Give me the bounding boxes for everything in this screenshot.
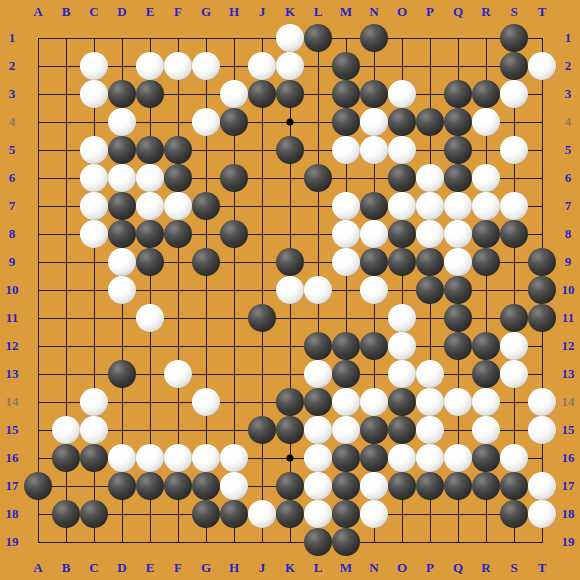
intersection-E2[interactable]: ○ (136, 52, 164, 80)
intersection-O19[interactable] (388, 528, 416, 556)
intersection-R9[interactable]: ● (472, 248, 500, 276)
intersection-P9[interactable]: ● (416, 248, 444, 276)
intersection-N8[interactable]: ○ (360, 220, 388, 248)
intersection-T7[interactable] (528, 192, 556, 220)
intersection-E7[interactable]: ○ (136, 192, 164, 220)
intersection-L5[interactable] (304, 136, 332, 164)
intersection-P16[interactable]: ○ (416, 444, 444, 472)
intersection-T12[interactable] (528, 332, 556, 360)
intersection-P3[interactable] (416, 80, 444, 108)
intersection-O4[interactable]: ● (388, 108, 416, 136)
intersection-B7[interactable] (52, 192, 80, 220)
intersection-K14[interactable]: ● (276, 388, 304, 416)
intersection-L7[interactable] (304, 192, 332, 220)
intersection-O13[interactable]: ○ (388, 360, 416, 388)
intersection-G13[interactable] (192, 360, 220, 388)
intersection-F15[interactable] (164, 416, 192, 444)
intersection-O3[interactable]: ○ (388, 80, 416, 108)
intersection-E12[interactable] (136, 332, 164, 360)
intersection-T19[interactable] (528, 528, 556, 556)
intersection-R3[interactable]: ● (472, 80, 500, 108)
intersection-B16[interactable]: ● (52, 444, 80, 472)
intersection-H19[interactable] (220, 528, 248, 556)
intersection-S19[interactable] (500, 528, 528, 556)
intersection-D7[interactable]: ● (108, 192, 136, 220)
intersection-M8[interactable]: ○ (332, 220, 360, 248)
intersection-J12[interactable] (248, 332, 276, 360)
intersection-P10[interactable]: ● (416, 276, 444, 304)
intersection-E17[interactable]: ● (136, 472, 164, 500)
intersection-Q11[interactable]: ● (444, 304, 472, 332)
intersection-Q19[interactable] (444, 528, 472, 556)
intersection-J13[interactable] (248, 360, 276, 388)
intersection-J8[interactable] (248, 220, 276, 248)
intersection-S2[interactable]: ● (500, 52, 528, 80)
intersection-A2[interactable] (24, 52, 52, 80)
intersection-E6[interactable]: ○ (136, 164, 164, 192)
intersection-T9[interactable]: ● (528, 248, 556, 276)
intersection-O1[interactable] (388, 24, 416, 52)
intersection-O11[interactable]: ○ (388, 304, 416, 332)
intersection-H2[interactable] (220, 52, 248, 80)
intersection-K17[interactable]: ● (276, 472, 304, 500)
intersection-M2[interactable]: ● (332, 52, 360, 80)
intersection-K1[interactable]: ○ (276, 24, 304, 52)
intersection-A1[interactable] (24, 24, 52, 52)
intersection-F4[interactable] (164, 108, 192, 136)
intersection-G10[interactable] (192, 276, 220, 304)
intersection-H3[interactable]: ○ (220, 80, 248, 108)
intersection-H10[interactable] (220, 276, 248, 304)
intersection-B19[interactable] (52, 528, 80, 556)
intersection-C14[interactable]: ○ (80, 388, 108, 416)
intersection-P11[interactable] (416, 304, 444, 332)
intersection-A14[interactable] (24, 388, 52, 416)
intersection-Q4[interactable]: ● (444, 108, 472, 136)
go-board[interactable]: ABCDEFGHJKLMNOPQRST ABCDEFGHJKLMNOPQRST … (0, 0, 580, 580)
intersection-F7[interactable]: ○ (164, 192, 192, 220)
intersection-Q7[interactable]: ○ (444, 192, 472, 220)
intersection-H4[interactable]: ● (220, 108, 248, 136)
intersection-C10[interactable] (80, 276, 108, 304)
intersection-K5[interactable]: ● (276, 136, 304, 164)
intersection-P8[interactable]: ○ (416, 220, 444, 248)
intersection-B8[interactable] (52, 220, 80, 248)
intersection-L10[interactable]: ○ (304, 276, 332, 304)
intersection-R15[interactable]: ○ (472, 416, 500, 444)
intersection-O2[interactable] (388, 52, 416, 80)
intersection-D4[interactable]: ○ (108, 108, 136, 136)
intersection-C4[interactable] (80, 108, 108, 136)
intersection-H6[interactable]: ● (220, 164, 248, 192)
intersection-N5[interactable]: ○ (360, 136, 388, 164)
intersection-J7[interactable] (248, 192, 276, 220)
intersection-N13[interactable] (360, 360, 388, 388)
intersection-B3[interactable] (52, 80, 80, 108)
intersection-A6[interactable] (24, 164, 52, 192)
intersection-S5[interactable]: ○ (500, 136, 528, 164)
intersection-K10[interactable]: ○ (276, 276, 304, 304)
intersection-T3[interactable] (528, 80, 556, 108)
intersection-J14[interactable] (248, 388, 276, 416)
intersection-H16[interactable]: ○ (220, 444, 248, 472)
intersection-L4[interactable] (304, 108, 332, 136)
intersection-P2[interactable] (416, 52, 444, 80)
intersection-K13[interactable] (276, 360, 304, 388)
intersection-K7[interactable] (276, 192, 304, 220)
intersection-L9[interactable] (304, 248, 332, 276)
intersection-O8[interactable]: ● (388, 220, 416, 248)
intersection-B18[interactable]: ● (52, 500, 80, 528)
intersection-F14[interactable] (164, 388, 192, 416)
intersection-A7[interactable] (24, 192, 52, 220)
intersection-H17[interactable]: ○ (220, 472, 248, 500)
intersection-H1[interactable] (220, 24, 248, 52)
intersection-Q1[interactable] (444, 24, 472, 52)
intersection-L19[interactable]: ● (304, 528, 332, 556)
intersection-F9[interactable] (164, 248, 192, 276)
intersection-A8[interactable] (24, 220, 52, 248)
intersection-L16[interactable]: ○ (304, 444, 332, 472)
intersection-H13[interactable] (220, 360, 248, 388)
intersection-S10[interactable] (500, 276, 528, 304)
intersection-S9[interactable] (500, 248, 528, 276)
intersection-S11[interactable]: ● (500, 304, 528, 332)
intersection-L15[interactable]: ○ (304, 416, 332, 444)
intersection-E19[interactable] (136, 528, 164, 556)
intersection-B15[interactable]: ○ (52, 416, 80, 444)
intersection-B1[interactable] (52, 24, 80, 52)
intersection-E8[interactable]: ● (136, 220, 164, 248)
intersection-O12[interactable]: ○ (388, 332, 416, 360)
intersection-S3[interactable]: ○ (500, 80, 528, 108)
intersection-R8[interactable]: ● (472, 220, 500, 248)
intersection-E10[interactable] (136, 276, 164, 304)
intersection-N2[interactable] (360, 52, 388, 80)
intersection-F1[interactable] (164, 24, 192, 52)
intersection-F2[interactable]: ○ (164, 52, 192, 80)
intersection-G11[interactable] (192, 304, 220, 332)
intersection-G16[interactable]: ○ (192, 444, 220, 472)
intersection-C7[interactable]: ○ (80, 192, 108, 220)
intersection-G18[interactable]: ● (192, 500, 220, 528)
intersection-R12[interactable]: ● (472, 332, 500, 360)
intersection-A16[interactable] (24, 444, 52, 472)
intersection-E14[interactable] (136, 388, 164, 416)
intersection-O9[interactable]: ● (388, 248, 416, 276)
intersection-G19[interactable] (192, 528, 220, 556)
intersection-E1[interactable] (136, 24, 164, 52)
intersection-K9[interactable]: ● (276, 248, 304, 276)
intersection-J15[interactable]: ● (248, 416, 276, 444)
intersection-Q16[interactable]: ○ (444, 444, 472, 472)
intersection-J17[interactable] (248, 472, 276, 500)
intersection-Q12[interactable]: ● (444, 332, 472, 360)
intersection-D8[interactable]: ● (108, 220, 136, 248)
intersection-E16[interactable]: ○ (136, 444, 164, 472)
intersection-E13[interactable] (136, 360, 164, 388)
intersection-D11[interactable] (108, 304, 136, 332)
intersection-T17[interactable]: ○ (528, 472, 556, 500)
intersection-F3[interactable] (164, 80, 192, 108)
intersection-L13[interactable]: ○ (304, 360, 332, 388)
intersection-H18[interactable]: ● (220, 500, 248, 528)
intersection-O16[interactable]: ○ (388, 444, 416, 472)
intersection-S7[interactable]: ○ (500, 192, 528, 220)
intersection-N12[interactable]: ● (360, 332, 388, 360)
intersection-R19[interactable] (472, 528, 500, 556)
intersection-G2[interactable]: ○ (192, 52, 220, 80)
intersection-L1[interactable]: ● (304, 24, 332, 52)
intersection-D17[interactable]: ● (108, 472, 136, 500)
intersection-Q17[interactable]: ● (444, 472, 472, 500)
intersection-Q9[interactable]: ○ (444, 248, 472, 276)
intersection-R14[interactable]: ○ (472, 388, 500, 416)
intersection-P6[interactable]: ○ (416, 164, 444, 192)
intersection-G3[interactable] (192, 80, 220, 108)
intersection-D16[interactable]: ○ (108, 444, 136, 472)
intersection-Q8[interactable]: ○ (444, 220, 472, 248)
intersection-A4[interactable] (24, 108, 52, 136)
intersection-P15[interactable]: ○ (416, 416, 444, 444)
intersection-J18[interactable]: ○ (248, 500, 276, 528)
intersection-E15[interactable] (136, 416, 164, 444)
intersection-E9[interactable]: ● (136, 248, 164, 276)
intersection-G1[interactable] (192, 24, 220, 52)
intersection-E11[interactable]: ○ (136, 304, 164, 332)
intersection-B17[interactable] (52, 472, 80, 500)
intersection-O14[interactable]: ● (388, 388, 416, 416)
intersection-H5[interactable] (220, 136, 248, 164)
intersection-N1[interactable]: ● (360, 24, 388, 52)
intersection-J10[interactable] (248, 276, 276, 304)
intersection-N18[interactable]: ○ (360, 500, 388, 528)
intersection-P14[interactable]: ○ (416, 388, 444, 416)
intersection-B6[interactable] (52, 164, 80, 192)
intersection-J9[interactable] (248, 248, 276, 276)
intersection-S16[interactable]: ○ (500, 444, 528, 472)
intersection-C13[interactable] (80, 360, 108, 388)
intersection-A10[interactable] (24, 276, 52, 304)
intersection-Q15[interactable] (444, 416, 472, 444)
intersection-F11[interactable] (164, 304, 192, 332)
intersection-B9[interactable] (52, 248, 80, 276)
intersection-C3[interactable]: ○ (80, 80, 108, 108)
intersection-B10[interactable] (52, 276, 80, 304)
intersection-H12[interactable] (220, 332, 248, 360)
intersection-M15[interactable]: ○ (332, 416, 360, 444)
intersection-C6[interactable]: ○ (80, 164, 108, 192)
intersection-H15[interactable] (220, 416, 248, 444)
intersection-T16[interactable] (528, 444, 556, 472)
intersection-Q10[interactable]: ● (444, 276, 472, 304)
intersection-A19[interactable] (24, 528, 52, 556)
intersection-G14[interactable]: ○ (192, 388, 220, 416)
intersection-B5[interactable] (52, 136, 80, 164)
intersection-A12[interactable] (24, 332, 52, 360)
intersection-J16[interactable] (248, 444, 276, 472)
intersection-T18[interactable]: ○ (528, 500, 556, 528)
intersection-G9[interactable]: ● (192, 248, 220, 276)
intersection-R13[interactable]: ● (472, 360, 500, 388)
intersection-R18[interactable] (472, 500, 500, 528)
intersection-F18[interactable] (164, 500, 192, 528)
intersection-L17[interactable]: ○ (304, 472, 332, 500)
intersection-K2[interactable]: ○ (276, 52, 304, 80)
intersection-B14[interactable] (52, 388, 80, 416)
intersection-S18[interactable]: ● (500, 500, 528, 528)
intersection-K18[interactable]: ● (276, 500, 304, 528)
intersection-C2[interactable]: ○ (80, 52, 108, 80)
intersection-G8[interactable] (192, 220, 220, 248)
intersection-G15[interactable] (192, 416, 220, 444)
intersection-P12[interactable] (416, 332, 444, 360)
intersection-E18[interactable] (136, 500, 164, 528)
intersection-D6[interactable]: ○ (108, 164, 136, 192)
intersection-T2[interactable]: ○ (528, 52, 556, 80)
intersection-B12[interactable] (52, 332, 80, 360)
intersection-O7[interactable]: ○ (388, 192, 416, 220)
intersection-O6[interactable]: ● (388, 164, 416, 192)
intersection-A17[interactable]: ● (24, 472, 52, 500)
intersection-F13[interactable]: ○ (164, 360, 192, 388)
intersection-R2[interactable] (472, 52, 500, 80)
intersection-D13[interactable]: ● (108, 360, 136, 388)
intersection-C11[interactable] (80, 304, 108, 332)
intersection-S13[interactable]: ○ (500, 360, 528, 388)
intersection-Q2[interactable] (444, 52, 472, 80)
intersection-C19[interactable] (80, 528, 108, 556)
intersection-M11[interactable] (332, 304, 360, 332)
intersection-M5[interactable]: ○ (332, 136, 360, 164)
intersection-C5[interactable]: ○ (80, 136, 108, 164)
intersection-R11[interactable] (472, 304, 500, 332)
intersection-L2[interactable] (304, 52, 332, 80)
intersection-T8[interactable] (528, 220, 556, 248)
intersection-A9[interactable] (24, 248, 52, 276)
intersection-Q5[interactable]: ● (444, 136, 472, 164)
intersection-N3[interactable]: ● (360, 80, 388, 108)
intersection-D18[interactable] (108, 500, 136, 528)
intersection-F8[interactable]: ● (164, 220, 192, 248)
intersection-E4[interactable] (136, 108, 164, 136)
intersection-N16[interactable]: ● (360, 444, 388, 472)
intersection-A18[interactable] (24, 500, 52, 528)
intersection-C16[interactable]: ● (80, 444, 108, 472)
intersection-B4[interactable] (52, 108, 80, 136)
intersection-C18[interactable]: ● (80, 500, 108, 528)
intersection-R5[interactable] (472, 136, 500, 164)
intersection-N6[interactable] (360, 164, 388, 192)
intersection-G6[interactable] (192, 164, 220, 192)
intersection-D15[interactable] (108, 416, 136, 444)
intersection-F16[interactable]: ○ (164, 444, 192, 472)
intersection-C1[interactable] (80, 24, 108, 52)
intersection-L18[interactable]: ○ (304, 500, 332, 528)
intersection-G12[interactable] (192, 332, 220, 360)
intersection-D5[interactable]: ● (108, 136, 136, 164)
intersection-H9[interactable] (220, 248, 248, 276)
intersection-T15[interactable]: ○ (528, 416, 556, 444)
intersection-P19[interactable] (416, 528, 444, 556)
intersection-D10[interactable]: ○ (108, 276, 136, 304)
intersection-D9[interactable]: ○ (108, 248, 136, 276)
intersection-N11[interactable] (360, 304, 388, 332)
intersection-O17[interactable]: ● (388, 472, 416, 500)
intersection-H14[interactable] (220, 388, 248, 416)
intersection-G5[interactable] (192, 136, 220, 164)
intersection-M6[interactable] (332, 164, 360, 192)
intersection-M4[interactable]: ● (332, 108, 360, 136)
intersection-C15[interactable]: ○ (80, 416, 108, 444)
intersection-S17[interactable]: ● (500, 472, 528, 500)
intersection-R4[interactable]: ○ (472, 108, 500, 136)
intersection-Q14[interactable]: ○ (444, 388, 472, 416)
intersection-B11[interactable] (52, 304, 80, 332)
intersection-C12[interactable] (80, 332, 108, 360)
intersection-D14[interactable] (108, 388, 136, 416)
intersection-P7[interactable]: ○ (416, 192, 444, 220)
intersection-J2[interactable]: ○ (248, 52, 276, 80)
intersection-J3[interactable]: ● (248, 80, 276, 108)
intersection-A3[interactable] (24, 80, 52, 108)
intersection-P1[interactable] (416, 24, 444, 52)
intersection-K19[interactable] (276, 528, 304, 556)
intersection-M17[interactable]: ● (332, 472, 360, 500)
intersection-D19[interactable] (108, 528, 136, 556)
intersection-M16[interactable]: ● (332, 444, 360, 472)
intersection-M10[interactable] (332, 276, 360, 304)
intersection-K3[interactable]: ● (276, 80, 304, 108)
intersection-R7[interactable]: ○ (472, 192, 500, 220)
intersection-S12[interactable]: ○ (500, 332, 528, 360)
intersection-L6[interactable]: ● (304, 164, 332, 192)
intersection-J4[interactable] (248, 108, 276, 136)
intersection-H11[interactable] (220, 304, 248, 332)
intersection-N7[interactable]: ● (360, 192, 388, 220)
intersection-M12[interactable]: ● (332, 332, 360, 360)
intersection-N9[interactable]: ● (360, 248, 388, 276)
intersection-Q13[interactable] (444, 360, 472, 388)
intersection-O5[interactable]: ○ (388, 136, 416, 164)
intersection-T6[interactable] (528, 164, 556, 192)
intersection-L12[interactable]: ● (304, 332, 332, 360)
intersection-S15[interactable] (500, 416, 528, 444)
intersection-B13[interactable] (52, 360, 80, 388)
intersection-R10[interactable] (472, 276, 500, 304)
intersection-O15[interactable]: ● (388, 416, 416, 444)
intersection-B2[interactable] (52, 52, 80, 80)
intersection-T14[interactable]: ○ (528, 388, 556, 416)
intersection-A5[interactable] (24, 136, 52, 164)
intersection-E5[interactable]: ● (136, 136, 164, 164)
intersection-C17[interactable] (80, 472, 108, 500)
intersection-Q6[interactable]: ● (444, 164, 472, 192)
intersection-K15[interactable]: ● (276, 416, 304, 444)
intersection-M19[interactable]: ● (332, 528, 360, 556)
intersection-K8[interactable] (276, 220, 304, 248)
intersection-E3[interactable]: ● (136, 80, 164, 108)
intersection-J19[interactable] (248, 528, 276, 556)
intersection-G4[interactable]: ○ (192, 108, 220, 136)
intersection-R1[interactable] (472, 24, 500, 52)
intersection-O18[interactable] (388, 500, 416, 528)
intersection-J6[interactable] (248, 164, 276, 192)
intersection-C8[interactable]: ○ (80, 220, 108, 248)
intersection-T5[interactable] (528, 136, 556, 164)
intersection-R17[interactable]: ● (472, 472, 500, 500)
intersection-L11[interactable] (304, 304, 332, 332)
